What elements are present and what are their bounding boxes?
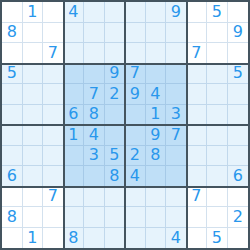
cell-r1c2-given-1[interactable]: 1 bbox=[23, 2, 44, 23]
cell-r9c8-empty[interactable] bbox=[146, 166, 167, 187]
cell-r8c3-empty[interactable] bbox=[43, 146, 64, 167]
cell-r8c2-empty[interactable] bbox=[23, 146, 44, 167]
cell-r12c11-given-5[interactable]: 5 bbox=[207, 228, 228, 249]
cell-r11c1-given-8[interactable]: 8 bbox=[2, 207, 23, 228]
cell-r8c4-empty[interactable] bbox=[64, 146, 85, 167]
box-border-horizontal-1 bbox=[2, 63, 248, 65]
cell-r2c2-empty[interactable] bbox=[23, 23, 44, 44]
cell-r6c12-empty[interactable] bbox=[228, 105, 249, 126]
cell-r7c6-empty[interactable] bbox=[105, 125, 126, 146]
cell-r7c7-empty[interactable] bbox=[125, 125, 146, 146]
cell-r7c3-empty[interactable] bbox=[43, 125, 64, 146]
cell-r11c9-empty[interactable] bbox=[166, 207, 187, 228]
cell-r9c2-empty[interactable] bbox=[23, 166, 44, 187]
cell-r8c8-given-8[interactable]: 8 bbox=[146, 146, 167, 167]
cell-r4c12-given-5[interactable]: 5 bbox=[228, 64, 249, 85]
cell-r8c1-empty[interactable] bbox=[2, 146, 23, 167]
cell-r10c6-empty[interactable] bbox=[105, 187, 126, 208]
cell-r6c8-given-1[interactable]: 1 bbox=[146, 105, 167, 126]
cell-r6c7-empty[interactable] bbox=[125, 105, 146, 126]
cell-r4c7-given-7[interactable]: 7 bbox=[125, 64, 146, 85]
cell-r2c7-empty[interactable] bbox=[125, 23, 146, 44]
cell-r10c1-empty[interactable] bbox=[2, 187, 23, 208]
cell-r2c8-empty[interactable] bbox=[146, 23, 167, 44]
cell-r9c6-given-8[interactable]: 8 bbox=[105, 166, 126, 187]
cell-r11c12-given-2[interactable]: 2 bbox=[228, 207, 249, 228]
cell-r5c5-given-7[interactable]: 7 bbox=[84, 84, 105, 105]
cell-r1c10-empty[interactable] bbox=[187, 2, 208, 23]
cell-r5c7-given-9[interactable]: 9 bbox=[125, 84, 146, 105]
cell-r8c12-empty[interactable] bbox=[228, 146, 249, 167]
cell-r9c11-empty[interactable] bbox=[207, 166, 228, 187]
cell-r11c11-empty[interactable] bbox=[207, 207, 228, 228]
cell-r7c9-given-7[interactable]: 7 bbox=[166, 125, 187, 146]
cell-r5c12-empty[interactable] bbox=[228, 84, 249, 105]
cell-r3c8-empty[interactable] bbox=[146, 43, 167, 64]
cell-r4c1-given-5[interactable]: 5 bbox=[2, 64, 23, 85]
cell-r7c10-empty[interactable] bbox=[187, 125, 208, 146]
cell-r6c11-empty[interactable] bbox=[207, 105, 228, 126]
cell-r11c10-empty[interactable] bbox=[187, 207, 208, 228]
cell-r10c7-empty[interactable] bbox=[125, 187, 146, 208]
cell-r5c8-given-4[interactable]: 4 bbox=[146, 84, 167, 105]
cell-r8c6-given-5[interactable]: 5 bbox=[105, 146, 126, 167]
cell-r5c6-given-2[interactable]: 2 bbox=[105, 84, 126, 105]
cell-r6c5-given-8[interactable]: 8 bbox=[84, 105, 105, 126]
box-border-horizontal-3 bbox=[2, 186, 248, 188]
cell-r9c10-empty[interactable] bbox=[187, 166, 208, 187]
cell-r8c10-empty[interactable] bbox=[187, 146, 208, 167]
cell-r7c12-empty[interactable] bbox=[228, 125, 249, 146]
cell-r12c9-given-4[interactable]: 4 bbox=[166, 228, 187, 249]
cell-r10c8-empty[interactable] bbox=[146, 187, 167, 208]
cell-r5c3-empty[interactable] bbox=[43, 84, 64, 105]
cell-r3c11-empty[interactable] bbox=[207, 43, 228, 64]
cell-r12c6-empty[interactable] bbox=[105, 228, 126, 249]
cell-r5c2-empty[interactable] bbox=[23, 84, 44, 105]
cell-r12c5-empty[interactable] bbox=[84, 228, 105, 249]
cell-r11c8-empty[interactable] bbox=[146, 207, 167, 228]
cell-r2c3-empty[interactable] bbox=[43, 23, 64, 44]
cell-r8c5-given-3[interactable]: 3 bbox=[84, 146, 105, 167]
cell-r2c4-empty[interactable] bbox=[64, 23, 85, 44]
cell-r3c5-empty[interactable] bbox=[84, 43, 105, 64]
cell-r7c2-empty[interactable] bbox=[23, 125, 44, 146]
box-border-horizontal-2 bbox=[2, 124, 248, 126]
cell-r10c9-empty[interactable] bbox=[166, 187, 187, 208]
cell-r12c10-empty[interactable] bbox=[187, 228, 208, 249]
cell-r9c7-given-4[interactable]: 4 bbox=[125, 166, 146, 187]
cell-r4c11-empty[interactable] bbox=[207, 64, 228, 85]
cell-r12c8-empty[interactable] bbox=[146, 228, 167, 249]
cell-r4c9-empty[interactable] bbox=[166, 64, 187, 85]
cell-r2c9-empty[interactable] bbox=[166, 23, 187, 44]
cell-r12c3-empty[interactable] bbox=[43, 228, 64, 249]
cell-r4c10-empty[interactable] bbox=[187, 64, 208, 85]
cell-r2c6-empty[interactable] bbox=[105, 23, 126, 44]
cell-r7c5-given-4[interactable]: 4 bbox=[84, 125, 105, 146]
cell-r6c6-empty[interactable] bbox=[105, 105, 126, 126]
cell-r3c9-empty[interactable] bbox=[166, 43, 187, 64]
cell-r1c9-given-9[interactable]: 9 bbox=[166, 2, 187, 23]
cell-r6c9-given-3[interactable]: 3 bbox=[166, 105, 187, 126]
cell-r2c12-given-9[interactable]: 9 bbox=[228, 23, 249, 44]
cell-r9c1-given-6[interactable]: 6 bbox=[2, 166, 23, 187]
cell-r4c8-empty[interactable] bbox=[146, 64, 167, 85]
cell-r10c10-given-7[interactable]: 7 bbox=[187, 187, 208, 208]
cell-r3c10-given-7[interactable]: 7 bbox=[187, 43, 208, 64]
cell-r3c2-empty[interactable] bbox=[23, 43, 44, 64]
cell-r10c5-empty[interactable] bbox=[84, 187, 105, 208]
cell-r9c3-empty[interactable] bbox=[43, 166, 64, 187]
cell-r10c2-empty[interactable] bbox=[23, 187, 44, 208]
cell-r6c1-empty[interactable] bbox=[2, 105, 23, 126]
cell-r11c5-empty[interactable] bbox=[84, 207, 105, 228]
cell-r12c4-given-8[interactable]: 8 bbox=[64, 228, 85, 249]
cell-r4c6-given-9[interactable]: 9 bbox=[105, 64, 126, 85]
cell-r6c2-empty[interactable] bbox=[23, 105, 44, 126]
cell-r2c1-given-8[interactable]: 8 bbox=[2, 23, 23, 44]
cell-r10c11-empty[interactable] bbox=[207, 187, 228, 208]
cell-r1c11-given-5[interactable]: 5 bbox=[207, 2, 228, 23]
sudoku-board: 1495897759757294681314973528684677821845 bbox=[0, 0, 250, 250]
cell-r9c12-given-6[interactable]: 6 bbox=[228, 166, 249, 187]
cell-r5c4-empty[interactable] bbox=[64, 84, 85, 105]
cell-r8c9-empty[interactable] bbox=[166, 146, 187, 167]
cell-r10c4-empty[interactable] bbox=[64, 187, 85, 208]
cell-r3c4-empty[interactable] bbox=[64, 43, 85, 64]
cell-r1c7-empty[interactable] bbox=[125, 2, 146, 23]
cell-r12c1-empty[interactable] bbox=[2, 228, 23, 249]
cell-r4c3-empty[interactable] bbox=[43, 64, 64, 85]
cell-r9c4-empty[interactable] bbox=[64, 166, 85, 187]
cell-r3c7-empty[interactable] bbox=[125, 43, 146, 64]
cell-r4c2-empty[interactable] bbox=[23, 64, 44, 85]
cell-r1c8-empty[interactable] bbox=[146, 2, 167, 23]
cell-r5c1-empty[interactable] bbox=[2, 84, 23, 105]
cell-r4c5-empty[interactable] bbox=[84, 64, 105, 85]
cell-r4c4-empty[interactable] bbox=[64, 64, 85, 85]
cell-r1c1-empty[interactable] bbox=[2, 2, 23, 23]
cell-r1c4-given-4[interactable]: 4 bbox=[64, 2, 85, 23]
cell-r7c1-empty[interactable] bbox=[2, 125, 23, 146]
cell-r3c1-empty[interactable] bbox=[2, 43, 23, 64]
cell-r1c12-empty[interactable] bbox=[228, 2, 249, 23]
cell-r12c7-empty[interactable] bbox=[125, 228, 146, 249]
cell-r7c11-empty[interactable] bbox=[207, 125, 228, 146]
cell-r7c8-given-9[interactable]: 9 bbox=[146, 125, 167, 146]
cell-r2c11-empty[interactable] bbox=[207, 23, 228, 44]
cell-r2c10-empty[interactable] bbox=[187, 23, 208, 44]
cell-r10c12-empty[interactable] bbox=[228, 187, 249, 208]
cell-r5c9-empty[interactable] bbox=[166, 84, 187, 105]
cell-r11c3-empty[interactable] bbox=[43, 207, 64, 228]
cell-r12c2-given-1[interactable]: 1 bbox=[23, 228, 44, 249]
cell-r12c12-empty[interactable] bbox=[228, 228, 249, 249]
cell-r8c11-empty[interactable] bbox=[207, 146, 228, 167]
cell-r6c3-empty[interactable] bbox=[43, 105, 64, 126]
cell-r1c3-empty[interactable] bbox=[43, 2, 64, 23]
cell-r8c7-given-2[interactable]: 2 bbox=[125, 146, 146, 167]
cell-r1c5-empty[interactable] bbox=[84, 2, 105, 23]
cell-r1c6-empty[interactable] bbox=[105, 2, 126, 23]
cell-r11c4-empty[interactable] bbox=[64, 207, 85, 228]
cell-r6c4-given-6[interactable]: 6 bbox=[64, 105, 85, 126]
cell-r10c3-given-7[interactable]: 7 bbox=[43, 187, 64, 208]
cell-r11c7-empty[interactable] bbox=[125, 207, 146, 228]
cell-r5c10-empty[interactable] bbox=[187, 84, 208, 105]
cell-r3c6-empty[interactable] bbox=[105, 43, 126, 64]
cell-r5c11-empty[interactable] bbox=[207, 84, 228, 105]
cell-r9c9-empty[interactable] bbox=[166, 166, 187, 187]
cell-r3c3-given-7[interactable]: 7 bbox=[43, 43, 64, 64]
cell-r11c2-empty[interactable] bbox=[23, 207, 44, 228]
cell-r7c4-given-1[interactable]: 1 bbox=[64, 125, 85, 146]
cell-r11c6-empty[interactable] bbox=[105, 207, 126, 228]
cell-r3c12-empty[interactable] bbox=[228, 43, 249, 64]
cell-r2c5-empty[interactable] bbox=[84, 23, 105, 44]
cell-r6c10-empty[interactable] bbox=[187, 105, 208, 126]
cell-r9c5-empty[interactable] bbox=[84, 166, 105, 187]
